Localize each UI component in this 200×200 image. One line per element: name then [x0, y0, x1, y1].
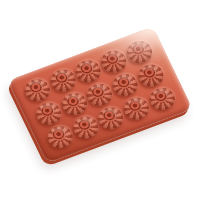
cannele-cavity — [109, 71, 142, 100]
cannele-cavity — [97, 47, 130, 76]
cannele-cavity — [44, 123, 77, 152]
silicone-mold-tray — [7, 27, 192, 164]
cavity-grid — [19, 36, 180, 154]
cannele-cavity — [134, 61, 167, 90]
cannele-cavity — [33, 99, 66, 128]
product-photo — [0, 0, 200, 200]
cannele-cavity — [146, 85, 179, 114]
cannele-cavity — [21, 76, 54, 105]
cannele-cavity — [120, 94, 153, 123]
cannele-cavity — [123, 38, 156, 67]
